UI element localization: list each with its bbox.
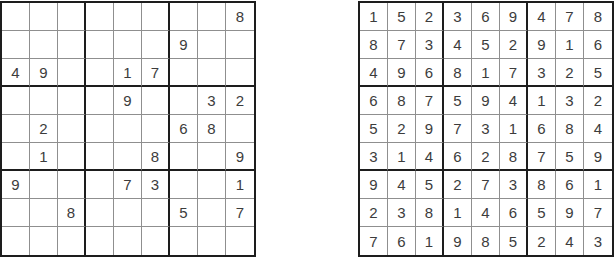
puzzle-cell-r2c8[interactable]: [198, 31, 226, 59]
puzzle-cell-r7c5: 7: [114, 171, 142, 199]
puzzle-cell-r7c7[interactable]: [170, 171, 198, 199]
puzzle-cell-r7c8[interactable]: [198, 171, 226, 199]
puzzle-cell-r7c4[interactable]: [86, 171, 114, 199]
puzzle-cell-r4c4[interactable]: [86, 87, 114, 115]
puzzle-cell-r6c3[interactable]: [58, 143, 86, 171]
solution-cell-r5c1: 5: [360, 115, 388, 143]
puzzle-cell-r5c7: 6: [170, 115, 198, 143]
solution-cell-r8c1: 2: [360, 199, 388, 227]
puzzle-cell-r8c3: 8: [58, 199, 86, 227]
solution-cell-r4c7: 1: [528, 87, 556, 115]
solution-cell-r4c3: 7: [416, 87, 444, 115]
solution-cell-r1c6: 9: [500, 3, 528, 31]
solution-cell-r9c1: 7: [360, 227, 388, 255]
solution-cell-r2c2: 7: [388, 31, 416, 59]
solution-cell-r4c1: 6: [360, 87, 388, 115]
puzzle-cell-r5c1[interactable]: [2, 115, 30, 143]
solution-cell-r3c6: 7: [500, 59, 528, 87]
solution-cell-r8c7: 5: [528, 199, 556, 227]
solution-cell-r2c1: 8: [360, 31, 388, 59]
puzzle-cell-r1c9: 8: [226, 3, 254, 31]
puzzle-cell-r5c8: 8: [198, 115, 226, 143]
solution-cell-r3c1: 4: [360, 59, 388, 87]
puzzle-cell-r8c9: 7: [226, 199, 254, 227]
puzzle-cell-r3c2: 9: [30, 59, 58, 87]
puzzle-cell-r4c7[interactable]: [170, 87, 198, 115]
solution-cell-r9c2: 6: [388, 227, 416, 255]
puzzle-cell-r7c3[interactable]: [58, 171, 86, 199]
puzzle-cell-r4c9: 2: [226, 87, 254, 115]
puzzle-cell-r6c5[interactable]: [114, 143, 142, 171]
solution-cell-r4c8: 3: [556, 87, 584, 115]
puzzle-cell-r8c2[interactable]: [30, 199, 58, 227]
solution-cell-r1c5: 6: [472, 3, 500, 31]
puzzle-cell-r4c8: 3: [198, 87, 226, 115]
solution-cell-r6c7: 7: [528, 143, 556, 171]
solution-cell-r8c3: 8: [416, 199, 444, 227]
solution-cell-r6c3: 4: [416, 143, 444, 171]
puzzle-cell-r3c5: 1: [114, 59, 142, 87]
solution-cell-r8c4: 1: [444, 199, 472, 227]
puzzle-cell-r1c3[interactable]: [58, 3, 86, 31]
solution-cell-r6c1: 3: [360, 143, 388, 171]
solution-cell-r6c9: 9: [584, 143, 612, 171]
puzzle-cell-r8c5[interactable]: [114, 199, 142, 227]
solution-cell-r9c7: 2: [528, 227, 556, 255]
puzzle-cell-r7c9: 1: [226, 171, 254, 199]
puzzle-board: 8949179322681899731857: [0, 1, 256, 257]
solution-cell-r1c8: 7: [556, 3, 584, 31]
solution-cell-r5c8: 8: [556, 115, 584, 143]
puzzle-cell-r8c1[interactable]: [2, 199, 30, 227]
solution-cell-r7c4: 2: [444, 171, 472, 199]
solution-cell-r8c9: 7: [584, 199, 612, 227]
solution-cell-r9c9: 3: [584, 227, 612, 255]
solution-cell-r2c9: 6: [584, 31, 612, 59]
puzzle-cell-r9c1[interactable]: [2, 227, 30, 255]
solution-cell-r7c7: 8: [528, 171, 556, 199]
puzzle-cell-r6c6: 8: [142, 143, 170, 171]
puzzle-cell-r1c4[interactable]: [86, 3, 114, 31]
solution-board: 1523694788734529164968173256875941325297…: [358, 1, 614, 257]
puzzle-cell-r2c9[interactable]: [226, 31, 254, 59]
solution-cell-r2c6: 2: [500, 31, 528, 59]
puzzle-cell-r2c6[interactable]: [142, 31, 170, 59]
puzzle-cell-r3c3[interactable]: [58, 59, 86, 87]
puzzle-cell-r1c2[interactable]: [30, 3, 58, 31]
puzzle-cell-r5c5[interactable]: [114, 115, 142, 143]
solution-cell-r7c5: 7: [472, 171, 500, 199]
solution-cell-r3c3: 6: [416, 59, 444, 87]
puzzle-cell-r3c6: 7: [142, 59, 170, 87]
puzzle-cell-r9c5[interactable]: [114, 227, 142, 255]
solution-cell-r4c6: 4: [500, 87, 528, 115]
solution-cell-r4c5: 9: [472, 87, 500, 115]
solution-cell-r3c9: 5: [584, 59, 612, 87]
solution-cell-r4c2: 8: [388, 87, 416, 115]
puzzle-cell-r8c7: 5: [170, 199, 198, 227]
solution-cell-r7c9: 1: [584, 171, 612, 199]
solution-cell-r9c6: 5: [500, 227, 528, 255]
solution-cell-r7c6: 3: [500, 171, 528, 199]
puzzle-cell-r9c6[interactable]: [142, 227, 170, 255]
puzzle-cell-r6c7[interactable]: [170, 143, 198, 171]
puzzle-cell-r7c6: 3: [142, 171, 170, 199]
puzzle-cell-r6c9: 9: [226, 143, 254, 171]
solution-cell-r5c3: 9: [416, 115, 444, 143]
solution-cell-r7c3: 5: [416, 171, 444, 199]
puzzle-cell-r9c8[interactable]: [198, 227, 226, 255]
puzzle-cell-r3c4[interactable]: [86, 59, 114, 87]
solution-cell-r5c7: 6: [528, 115, 556, 143]
solution-cell-r9c3: 1: [416, 227, 444, 255]
solution-cell-r6c4: 6: [444, 143, 472, 171]
puzzle-cell-r4c6[interactable]: [142, 87, 170, 115]
puzzle-cell-r5c3[interactable]: [58, 115, 86, 143]
solution-cell-r7c8: 6: [556, 171, 584, 199]
solution-cell-r1c4: 3: [444, 3, 472, 31]
solution-cell-r9c4: 9: [444, 227, 472, 255]
puzzle-cell-r1c5[interactable]: [114, 3, 142, 31]
puzzle-cell-r5c6[interactable]: [142, 115, 170, 143]
puzzle-cell-r5c2: 2: [30, 115, 58, 143]
puzzle-cell-r6c2: 1: [30, 143, 58, 171]
puzzle-cell-r8c4[interactable]: [86, 199, 114, 227]
puzzle-cell-r1c6[interactable]: [142, 3, 170, 31]
sudoku-worksheet: 8949179322681899731857 15236947887345291…: [0, 0, 614, 269]
solution-cell-r5c5: 3: [472, 115, 500, 143]
solution-cell-r1c3: 2: [416, 3, 444, 31]
puzzle-cell-r1c8[interactable]: [198, 3, 226, 31]
puzzle-cell-r5c4[interactable]: [86, 115, 114, 143]
solution-cell-r9c5: 8: [472, 227, 500, 255]
puzzle-cell-r7c2[interactable]: [30, 171, 58, 199]
solution-cell-r6c2: 1: [388, 143, 416, 171]
puzzle-cell-r9c9[interactable]: [226, 227, 254, 255]
puzzle-cell-r4c3[interactable]: [58, 87, 86, 115]
puzzle-cell-r7c1: 9: [2, 171, 30, 199]
solution-cell-r6c8: 5: [556, 143, 584, 171]
solution-cell-r1c2: 5: [388, 3, 416, 31]
puzzle-cell-r3c7[interactable]: [170, 59, 198, 87]
puzzle-cell-r5c9[interactable]: [226, 115, 254, 143]
puzzle-cell-r2c1[interactable]: [2, 31, 30, 59]
puzzle-cell-r3c1: 4: [2, 59, 30, 87]
solution-cell-r1c7: 4: [528, 3, 556, 31]
solution-cell-r2c5: 5: [472, 31, 500, 59]
puzzle-cell-r1c7[interactable]: [170, 3, 198, 31]
solution-cell-r5c2: 2: [388, 115, 416, 143]
puzzle-cell-r6c1[interactable]: [2, 143, 30, 171]
solution-cell-r3c4: 8: [444, 59, 472, 87]
solution-cell-r9c8: 4: [556, 227, 584, 255]
solution-cell-r7c1: 9: [360, 171, 388, 199]
solution-cell-r8c8: 9: [556, 199, 584, 227]
puzzle-cell-r4c5: 9: [114, 87, 142, 115]
solution-cell-r3c2: 9: [388, 59, 416, 87]
solution-cell-r3c5: 1: [472, 59, 500, 87]
solution-cell-r2c3: 3: [416, 31, 444, 59]
puzzle-cell-r9c7[interactable]: [170, 227, 198, 255]
puzzle-cell-r2c4[interactable]: [86, 31, 114, 59]
puzzle-cell-r3c9[interactable]: [226, 59, 254, 87]
solution-cell-r2c4: 4: [444, 31, 472, 59]
puzzle-cell-r9c2[interactable]: [30, 227, 58, 255]
solution-cell-r6c5: 2: [472, 143, 500, 171]
solution-cell-r5c9: 4: [584, 115, 612, 143]
solution-cell-r8c2: 3: [388, 199, 416, 227]
puzzle-cell-r2c3[interactable]: [58, 31, 86, 59]
puzzle-cell-r9c4[interactable]: [86, 227, 114, 255]
puzzle-cell-r6c4[interactable]: [86, 143, 114, 171]
puzzle-cell-r3c8[interactable]: [198, 59, 226, 87]
puzzle-cell-r8c6[interactable]: [142, 199, 170, 227]
solution-cell-r7c2: 4: [388, 171, 416, 199]
solution-cell-r3c7: 3: [528, 59, 556, 87]
solution-cell-r4c9: 2: [584, 87, 612, 115]
solution-cell-r1c1: 1: [360, 3, 388, 31]
puzzle-cell-r2c2[interactable]: [30, 31, 58, 59]
solution-cell-r5c6: 1: [500, 115, 528, 143]
puzzle-cell-r2c5[interactable]: [114, 31, 142, 59]
puzzle-cell-r9c3[interactable]: [58, 227, 86, 255]
puzzle-cell-r8c8[interactable]: [198, 199, 226, 227]
puzzle-cell-r4c1[interactable]: [2, 87, 30, 115]
solution-cell-r1c9: 8: [584, 3, 612, 31]
solution-cell-r6c6: 8: [500, 143, 528, 171]
puzzle-cell-r6c8[interactable]: [198, 143, 226, 171]
solution-cell-r5c4: 7: [444, 115, 472, 143]
solution-cell-r4c4: 5: [444, 87, 472, 115]
puzzle-cell-r2c7: 9: [170, 31, 198, 59]
puzzle-cell-r1c1[interactable]: [2, 3, 30, 31]
solution-cell-r2c8: 1: [556, 31, 584, 59]
solution-cell-r8c6: 6: [500, 199, 528, 227]
puzzle-cell-r4c2[interactable]: [30, 87, 58, 115]
solution-cell-r3c8: 2: [556, 59, 584, 87]
solution-cell-r8c5: 4: [472, 199, 500, 227]
solution-cell-r2c7: 9: [528, 31, 556, 59]
